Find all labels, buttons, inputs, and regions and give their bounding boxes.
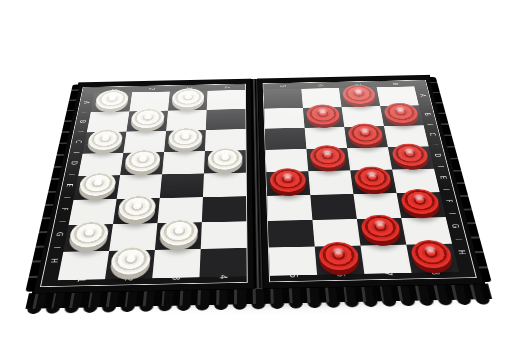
white-checker-A3[interactable] <box>171 88 204 108</box>
square-F6[interactable] <box>310 194 357 220</box>
row-label-text: E <box>65 184 74 187</box>
row-label-text: G <box>450 224 460 228</box>
coordinate-label-5: 5 <box>290 271 297 279</box>
square-F2[interactable] <box>113 198 160 224</box>
square-B5[interactable] <box>264 108 304 129</box>
board-scene: 1234 ABCDEFGH 1234 5678 ABCDEFGH 5678 <box>28 75 490 314</box>
row-label-text: H <box>49 258 59 263</box>
coordinate-label-2: 2 <box>125 275 132 283</box>
red-checker-B8[interactable] <box>383 103 420 124</box>
square-H4[interactable] <box>199 248 246 277</box>
red-checker-H8[interactable] <box>409 240 454 269</box>
red-checker-D6[interactable] <box>309 145 346 168</box>
coordinate-label-5: 5 <box>280 84 284 88</box>
square-H3[interactable] <box>152 249 200 278</box>
square-H7[interactable] <box>360 245 411 274</box>
coordinate-label-text: 6 <box>335 272 346 277</box>
square-B8[interactable] <box>380 105 423 126</box>
red-checker-B6[interactable] <box>306 104 341 125</box>
red-checker-E5[interactable] <box>270 168 307 192</box>
red-checker-H6[interactable] <box>318 242 360 271</box>
square-B2[interactable] <box>126 111 168 132</box>
square-D8[interactable] <box>388 146 434 169</box>
square-C5[interactable] <box>265 128 306 150</box>
coordinate-label-text: 1 <box>76 277 87 282</box>
coordinate-label-8: 8 <box>431 268 439 276</box>
coordinate-label-text: 3 <box>170 275 181 280</box>
square-G5[interactable] <box>268 220 315 248</box>
square-C1[interactable] <box>83 132 127 154</box>
coordinate-label-4: 4 <box>220 273 226 281</box>
coordinate-label-2: 2 <box>149 87 153 91</box>
row-label-text: H <box>456 250 467 255</box>
red-checker-D8[interactable] <box>391 143 430 166</box>
square-E3[interactable] <box>160 173 204 198</box>
square-H8[interactable] <box>406 244 459 273</box>
square-G1[interactable] <box>63 224 113 252</box>
square-C3[interactable] <box>164 130 206 152</box>
coordinate-label-text: 5 <box>288 273 299 278</box>
coordinate-label-text: 8 <box>391 83 398 85</box>
coordinate-label-6: 6 <box>318 83 322 87</box>
square-H2[interactable] <box>105 250 155 279</box>
red-checker-A7[interactable] <box>342 85 377 105</box>
square-G7[interactable] <box>357 218 406 245</box>
square-H6[interactable] <box>315 246 365 275</box>
square-F5[interactable] <box>267 195 312 221</box>
square-H1[interactable] <box>58 251 109 280</box>
row-label-text: F <box>444 199 454 202</box>
white-checker-H2[interactable] <box>109 246 151 275</box>
square-E4[interactable] <box>203 173 246 198</box>
white-checker-E1[interactable] <box>78 172 117 196</box>
white-checker-G3[interactable] <box>159 219 198 246</box>
row-label-text: B <box>78 120 87 123</box>
square-D2[interactable] <box>120 152 164 175</box>
row-label-text: A <box>418 94 426 97</box>
board-half-left: 1234 ABCDEFGH 1234 <box>33 79 254 293</box>
red-checker-G7[interactable] <box>360 214 402 241</box>
coordinate-label-6: 6 <box>337 270 344 278</box>
white-checker-D2[interactable] <box>124 149 161 172</box>
square-B6[interactable] <box>303 107 344 128</box>
square-E7[interactable] <box>350 170 396 194</box>
white-checker-F2[interactable] <box>117 195 156 221</box>
coordinate-label-1: 1 <box>78 276 85 284</box>
square-A3[interactable] <box>168 91 207 111</box>
square-E6[interactable] <box>308 170 353 195</box>
square-D4[interactable] <box>204 150 246 173</box>
white-checker-B2[interactable] <box>130 108 165 129</box>
row-label-text: G <box>54 232 64 236</box>
coordinate-label-3: 3 <box>172 274 179 282</box>
coordinate-label-text: 2 <box>123 276 134 281</box>
row-label-text: D <box>433 153 442 157</box>
coordinate-label-text: 6 <box>316 84 323 86</box>
coordinate-label-text: 4 <box>223 86 230 88</box>
square-E5[interactable] <box>266 171 310 196</box>
square-C7[interactable] <box>344 126 388 148</box>
coordinate-label-8: 8 <box>392 82 397 86</box>
coordinate-label-text: 7 <box>382 271 393 276</box>
square-D3[interactable] <box>162 151 205 174</box>
square-F4[interactable] <box>202 196 246 222</box>
red-checker-E7[interactable] <box>353 166 392 190</box>
coordinate-label-7: 7 <box>384 269 391 277</box>
row-label-text: C <box>428 133 437 136</box>
white-checker-C3[interactable] <box>168 127 203 149</box>
red-checker-C7[interactable] <box>347 123 384 145</box>
row-label-text: F <box>60 207 70 210</box>
coordinate-label-text: 5 <box>279 85 286 87</box>
left-half-mid: ABCDEFGH <box>44 90 247 275</box>
checkers-case: 1234 ABCDEFGH 1234 5678 ABCDEFGH 5678 <box>33 75 484 293</box>
square-G3[interactable] <box>155 222 202 250</box>
white-checker-C1[interactable] <box>87 129 124 151</box>
red-checker-F8[interactable] <box>399 189 441 215</box>
row-label-text: D <box>69 161 78 165</box>
board-half-right: 5678 ABCDEFGH 5678 <box>258 75 484 288</box>
square-A4[interactable] <box>207 90 246 110</box>
square-A1[interactable] <box>91 92 132 112</box>
coordinate-label-text: 8 <box>429 270 441 275</box>
row-label-text: B <box>423 113 432 116</box>
square-E1[interactable] <box>74 175 121 200</box>
white-checker-A1[interactable] <box>94 90 129 110</box>
square-A5[interactable] <box>264 89 303 109</box>
square-B4[interactable] <box>206 109 246 130</box>
square-D6[interactable] <box>306 148 350 171</box>
row-label-text: A <box>82 101 90 104</box>
coordinate-label-text: 2 <box>148 88 155 90</box>
square-A7[interactable] <box>339 87 380 107</box>
coordinate-label-4: 4 <box>224 85 228 89</box>
white-checker-G1[interactable] <box>68 220 110 247</box>
white-checker-D4[interactable] <box>207 147 242 170</box>
square-F8[interactable] <box>397 192 446 218</box>
row-label-text: E <box>438 176 447 179</box>
square-H5[interactable] <box>269 247 317 276</box>
row-label-text: C <box>74 140 83 143</box>
square-G4[interactable] <box>201 221 247 249</box>
coordinate-label-text: 4 <box>218 274 229 279</box>
